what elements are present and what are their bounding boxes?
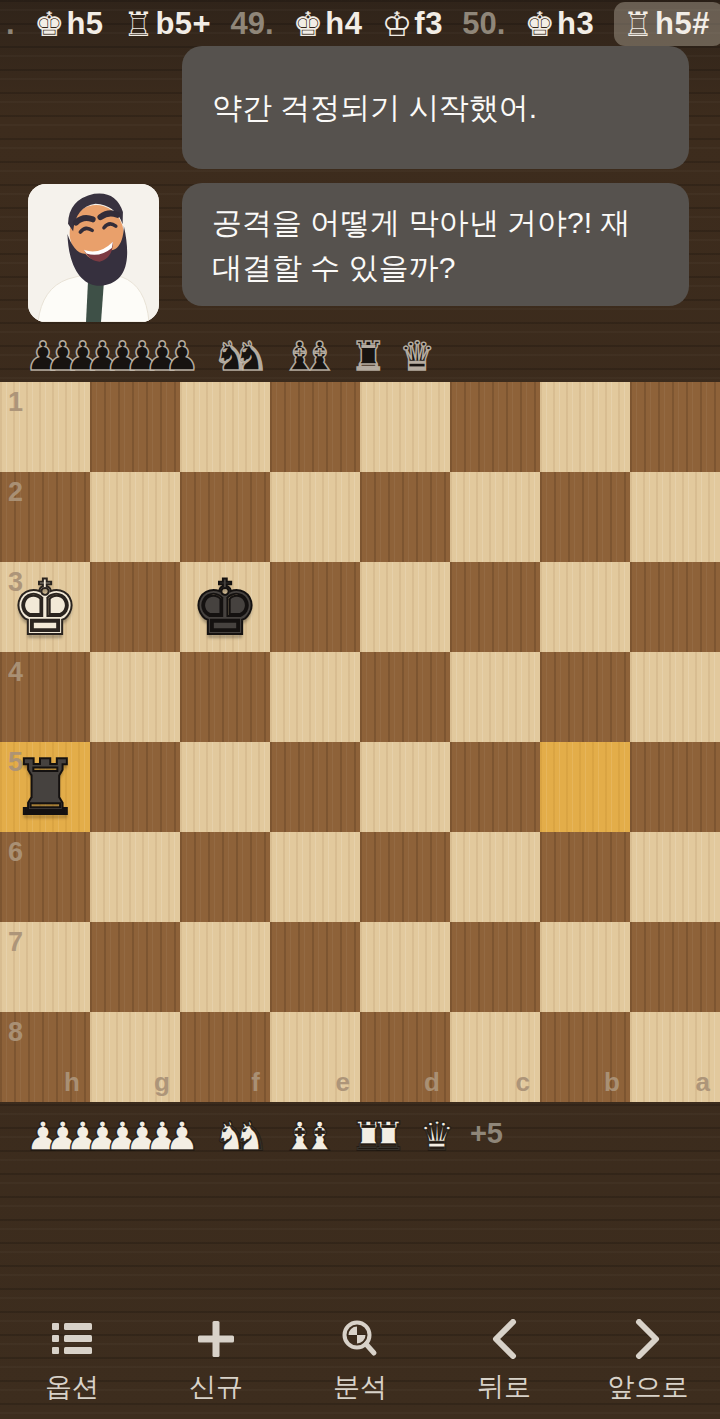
square-f1[interactable] (180, 382, 270, 472)
square-c2[interactable] (450, 472, 540, 562)
black-king-icon: ♔ (382, 7, 412, 41)
captured-pawn-group: ♟♟♟♟♟♟♟♟ (25, 1116, 200, 1156)
square-e5[interactable] (270, 742, 360, 832)
square-h2[interactable]: 2 (0, 472, 90, 562)
rank-label-1: 1 (8, 387, 23, 418)
square-h6[interactable]: 6 (0, 832, 90, 922)
square-a5[interactable] (630, 742, 720, 832)
square-f6[interactable] (180, 832, 270, 922)
square-h3[interactable]: 3♚ (0, 562, 90, 652)
move-h3[interactable]: ♚h3 (525, 6, 595, 42)
chess-board: 123♚♚45♜678hgfedcba (0, 382, 720, 1102)
square-a1[interactable] (630, 382, 720, 472)
file-label-e: e (336, 1067, 350, 1098)
black-rook-icon: ♖ (123, 7, 153, 41)
square-f4[interactable] (180, 652, 270, 742)
analysis-magnifier-icon (339, 1318, 381, 1360)
black-rook[interactable]: ♜ (0, 742, 90, 832)
white-king[interactable]: ♚ (0, 562, 90, 652)
square-e3[interactable] (270, 562, 360, 652)
captured-white-bishop: ♝ (301, 1116, 337, 1156)
square-c8[interactable]: c (450, 1012, 540, 1102)
captured-queen-group: ♛ (399, 336, 435, 376)
captured-white-pawn: ♟ (164, 1116, 200, 1156)
new-game-button[interactable]: 신규 (144, 1312, 288, 1412)
square-b5[interactable] (540, 742, 630, 832)
back-label: 뒤로 (477, 1369, 531, 1405)
chat-bubble-2-text: 공격을 어떻게 막아낸 거야?! 재대결할 수 있을까? (212, 200, 659, 290)
square-c6[interactable] (450, 832, 540, 922)
rank-label-7: 7 (8, 927, 23, 958)
square-g1[interactable] (90, 382, 180, 472)
options-button[interactable]: 옵션 (0, 1312, 144, 1412)
square-a8[interactable]: a (630, 1012, 720, 1102)
captured-bishop-group: ♝♝ (282, 1116, 338, 1156)
move-h5[interactable]: ♖h5# (614, 2, 720, 46)
square-d5[interactable] (360, 742, 450, 832)
move-f3[interactable]: ♔f3 (382, 6, 443, 42)
square-b7[interactable] (540, 922, 630, 1012)
white-king-icon: ♚ (34, 7, 64, 41)
chevron-right-icon (635, 1318, 661, 1360)
square-h1[interactable]: 1 (0, 382, 90, 472)
material-advantage: +5 (470, 1117, 503, 1150)
move-text: b5+ (155, 6, 211, 42)
file-label-f: f (251, 1067, 260, 1098)
captured-rook-group: ♜♜ (350, 1116, 406, 1156)
chess-app-screen: .♚h5♖b5+49.♚h4♔f350.♚h3♖h5# 약간 걱정되기 시작했어… (0, 0, 720, 1419)
square-a3[interactable] (630, 562, 720, 652)
captured-knight-group: ♞♞ (213, 1116, 269, 1156)
square-d6[interactable] (360, 832, 450, 922)
captured-knight-group: ♞♞ (213, 336, 269, 376)
square-e4[interactable] (270, 652, 360, 742)
move-text: h4 (325, 6, 362, 42)
square-d4[interactable] (360, 652, 450, 742)
square-h5[interactable]: 5♜ (0, 742, 90, 832)
square-f5[interactable] (180, 742, 270, 832)
square-a2[interactable] (630, 472, 720, 562)
analysis-button[interactable]: 분석 (288, 1312, 432, 1412)
move-text: f3 (414, 6, 443, 42)
square-b4[interactable] (540, 652, 630, 742)
square-b3[interactable] (540, 562, 630, 652)
square-e6[interactable] (270, 832, 360, 922)
captured-queen-group: ♛ (419, 1116, 455, 1156)
square-b8[interactable]: b (540, 1012, 630, 1102)
square-f2[interactable] (180, 472, 270, 562)
back-button[interactable]: 뒤로 (432, 1312, 576, 1412)
forward-label: 앞으로 (608, 1369, 689, 1405)
square-c1[interactable] (450, 382, 540, 472)
chat-bubble-2: 공격을 어떻게 막아낸 거야?! 재대결할 수 있을까? (182, 183, 689, 306)
move-text: h5# (655, 6, 710, 42)
square-b1[interactable] (540, 382, 630, 472)
square-g5[interactable] (90, 742, 180, 832)
square-c3[interactable] (450, 562, 540, 652)
captured-pieces-bottom: ♟♟♟♟♟♟♟♟♞♞♝♝♜♜♛+5 (25, 1110, 710, 1156)
move-text: h3 (557, 6, 594, 42)
square-e7[interactable] (270, 922, 360, 1012)
captured-white-knight: ♞ (233, 1116, 269, 1156)
square-e2[interactable] (270, 472, 360, 562)
file-label-g: g (154, 1067, 170, 1098)
black-king[interactable]: ♚ (180, 562, 270, 652)
new-game-label: 신규 (189, 1369, 243, 1405)
square-d8[interactable]: d (360, 1012, 450, 1102)
captured-bishop-group: ♝♝ (282, 336, 338, 376)
file-label-h: h (64, 1067, 80, 1098)
file-label-b: b (604, 1067, 620, 1098)
square-e8[interactable]: e (270, 1012, 360, 1102)
move-number[interactable]: 49. (230, 6, 273, 42)
square-g4[interactable] (90, 652, 180, 742)
move-number[interactable]: . (6, 6, 15, 42)
rank-label-8: 8 (8, 1017, 23, 1048)
move-h4[interactable]: ♚h4 (293, 6, 363, 42)
captured-black-knight: ♞ (233, 336, 269, 376)
square-d3[interactable] (360, 562, 450, 652)
square-b2[interactable] (540, 472, 630, 562)
square-f3[interactable]: ♚ (180, 562, 270, 652)
white-king-icon: ♚ (525, 7, 555, 41)
options-label: 옵션 (45, 1369, 99, 1405)
square-d1[interactable] (360, 382, 450, 472)
opponent-avatar (28, 184, 159, 322)
black-rook-icon: ♖ (623, 7, 653, 41)
white-king-icon: ♚ (293, 7, 323, 41)
analysis-label: 분석 (333, 1369, 387, 1405)
file-label-a: a (696, 1067, 710, 1098)
square-c5[interactable] (450, 742, 540, 832)
captured-white-rook: ♜ (370, 1116, 406, 1156)
forward-button[interactable]: 앞으로 (576, 1312, 720, 1412)
plus-icon (197, 1318, 235, 1360)
bottom-toolbar: 옵션 신규 분석 (0, 1312, 720, 1412)
captured-black-bishop: ♝ (301, 336, 337, 376)
move-b5[interactable]: ♖b5+ (123, 6, 211, 42)
square-f8[interactable]: f (180, 1012, 270, 1102)
square-e1[interactable] (270, 382, 360, 472)
captured-rook-group: ♜ (350, 336, 386, 376)
options-list-icon (52, 1318, 92, 1360)
square-f7[interactable] (180, 922, 270, 1012)
square-h4[interactable]: 4 (0, 652, 90, 742)
rank-label-4: 4 (8, 657, 23, 688)
square-g3[interactable] (90, 562, 180, 652)
square-g6[interactable] (90, 832, 180, 922)
square-a4[interactable] (630, 652, 720, 742)
square-h8[interactable]: 8h (0, 1012, 90, 1102)
move-text: h5 (66, 6, 103, 42)
square-g7[interactable] (90, 922, 180, 1012)
square-a6[interactable] (630, 832, 720, 922)
captured-pawn-group: ♟♟♟♟♟♟♟♟ (25, 336, 200, 376)
move-number[interactable]: 50. (462, 6, 505, 42)
square-a7[interactable] (630, 922, 720, 1012)
square-b6[interactable] (540, 832, 630, 922)
captured-black-pawn: ♟ (164, 336, 200, 376)
square-g8[interactable]: g (90, 1012, 180, 1102)
chevron-left-icon (491, 1318, 517, 1360)
square-d7[interactable] (360, 922, 450, 1012)
avatar-image (28, 184, 159, 322)
square-h7[interactable]: 7 (0, 922, 90, 1012)
square-d2[interactable] (360, 472, 450, 562)
chat-bubble-1-text: 약간 걱정되기 시작했어. (212, 85, 537, 130)
rank-label-6: 6 (8, 837, 23, 868)
chat-bubble-1: 약간 걱정되기 시작했어. (182, 46, 689, 169)
square-c4[interactable] (450, 652, 540, 742)
move-list-bar: .♚h5♖b5+49.♚h4♔f350.♚h3♖h5# (0, 0, 720, 48)
captured-black-queen: ♛ (399, 336, 435, 376)
square-c7[interactable] (450, 922, 540, 1012)
rank-label-2: 2 (8, 477, 23, 508)
captured-white-queen: ♛ (419, 1116, 455, 1156)
file-label-d: d (424, 1067, 440, 1098)
file-label-c: c (516, 1067, 530, 1098)
captured-black-rook: ♜ (350, 336, 386, 376)
captured-pieces-top: ♟♟♟♟♟♟♟♟♞♞♝♝♜♛ (25, 330, 710, 376)
move-h5[interactable]: ♚h5 (34, 6, 104, 42)
square-g2[interactable] (90, 472, 180, 562)
